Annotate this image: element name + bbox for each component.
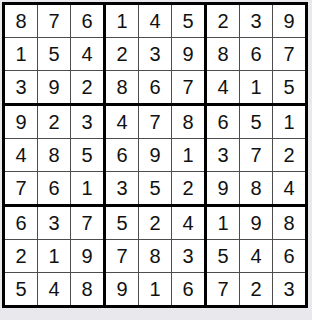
- box-r3c3: 198546723: [207, 207, 305, 305]
- cell-r2c9[interactable]: 7: [273, 38, 305, 70]
- cell-r1c7[interactable]: 2: [207, 5, 239, 37]
- cell-r1c1[interactable]: 8: [5, 5, 37, 37]
- cell-r3c3[interactable]: 2: [71, 71, 103, 103]
- cell-r2c7[interactable]: 8: [207, 38, 239, 70]
- cell-r9c2[interactable]: 4: [38, 273, 70, 305]
- cell-r6c6[interactable]: 2: [172, 172, 204, 204]
- cell-r9c8[interactable]: 2: [240, 273, 272, 305]
- cell-r4c6[interactable]: 8: [172, 106, 204, 138]
- cell-r6c8[interactable]: 8: [240, 172, 272, 204]
- cell-r3c4[interactable]: 8: [106, 71, 138, 103]
- cell-r4c8[interactable]: 5: [240, 106, 272, 138]
- box-r1c2: 145239867: [106, 5, 204, 103]
- box-r1c1: 876154392: [5, 5, 103, 103]
- cell-r7c9[interactable]: 8: [273, 207, 305, 239]
- cell-r5c1[interactable]: 4: [5, 139, 37, 171]
- cell-r4c9[interactable]: 1: [273, 106, 305, 138]
- cell-r6c4[interactable]: 3: [106, 172, 138, 204]
- cell-r7c3[interactable]: 7: [71, 207, 103, 239]
- cell-r5c7[interactable]: 3: [207, 139, 239, 171]
- cell-r4c4[interactable]: 4: [106, 106, 138, 138]
- cell-r4c3[interactable]: 3: [71, 106, 103, 138]
- cell-r5c2[interactable]: 8: [38, 139, 70, 171]
- cell-r2c6[interactable]: 9: [172, 38, 204, 70]
- box-r2c1: 923485761: [5, 106, 103, 204]
- cell-r6c5[interactable]: 5: [139, 172, 171, 204]
- cell-r8c4[interactable]: 7: [106, 240, 138, 272]
- cell-r4c2[interactable]: 2: [38, 106, 70, 138]
- cell-r1c4[interactable]: 1: [106, 5, 138, 37]
- cell-r3c7[interactable]: 4: [207, 71, 239, 103]
- cell-r2c8[interactable]: 6: [240, 38, 272, 70]
- cell-r8c1[interactable]: 2: [5, 240, 37, 272]
- cell-r9c9[interactable]: 3: [273, 273, 305, 305]
- cell-r8c6[interactable]: 3: [172, 240, 204, 272]
- cell-r9c4[interactable]: 9: [106, 273, 138, 305]
- cell-r9c3[interactable]: 8: [71, 273, 103, 305]
- cell-r5c5[interactable]: 9: [139, 139, 171, 171]
- cell-r4c5[interactable]: 7: [139, 106, 171, 138]
- cell-r5c8[interactable]: 7: [240, 139, 272, 171]
- cell-r1c5[interactable]: 4: [139, 5, 171, 37]
- cell-r8c3[interactable]: 9: [71, 240, 103, 272]
- cell-r8c5[interactable]: 8: [139, 240, 171, 272]
- sudoku-board: 8761543921452398672398674159234857614786…: [2, 2, 308, 308]
- box-r2c3: 651372984: [207, 106, 305, 204]
- cell-r7c2[interactable]: 3: [38, 207, 70, 239]
- cell-r5c3[interactable]: 5: [71, 139, 103, 171]
- cell-r7c4[interactable]: 5: [106, 207, 138, 239]
- cell-r3c2[interactable]: 9: [38, 71, 70, 103]
- cell-r7c7[interactable]: 1: [207, 207, 239, 239]
- cell-r8c2[interactable]: 1: [38, 240, 70, 272]
- cell-r5c6[interactable]: 1: [172, 139, 204, 171]
- cell-r7c6[interactable]: 4: [172, 207, 204, 239]
- cell-r1c2[interactable]: 7: [38, 5, 70, 37]
- cell-r1c6[interactable]: 5: [172, 5, 204, 37]
- cell-r6c1[interactable]: 7: [5, 172, 37, 204]
- cell-r9c5[interactable]: 1: [139, 273, 171, 305]
- cell-r3c6[interactable]: 7: [172, 71, 204, 103]
- cell-r4c1[interactable]: 9: [5, 106, 37, 138]
- cell-r2c1[interactable]: 1: [5, 38, 37, 70]
- cell-r2c3[interactable]: 4: [71, 38, 103, 70]
- cell-r4c7[interactable]: 6: [207, 106, 239, 138]
- cell-r7c5[interactable]: 2: [139, 207, 171, 239]
- cell-r6c9[interactable]: 4: [273, 172, 305, 204]
- cell-r9c7[interactable]: 7: [207, 273, 239, 305]
- cell-r8c7[interactable]: 5: [207, 240, 239, 272]
- cell-r2c2[interactable]: 5: [38, 38, 70, 70]
- cell-r7c8[interactable]: 9: [240, 207, 272, 239]
- box-r3c2: 524783916: [106, 207, 204, 305]
- cell-r6c7[interactable]: 9: [207, 172, 239, 204]
- cell-r3c1[interactable]: 3: [5, 71, 37, 103]
- cell-r2c5[interactable]: 3: [139, 38, 171, 70]
- cell-r9c6[interactable]: 6: [172, 273, 204, 305]
- cell-r2c4[interactable]: 2: [106, 38, 138, 70]
- cell-r5c9[interactable]: 2: [273, 139, 305, 171]
- box-r1c3: 239867415: [207, 5, 305, 103]
- cell-r3c8[interactable]: 1: [240, 71, 272, 103]
- cell-r1c3[interactable]: 6: [71, 5, 103, 37]
- cell-r3c5[interactable]: 6: [139, 71, 171, 103]
- cell-r3c9[interactable]: 5: [273, 71, 305, 103]
- cell-r7c1[interactable]: 6: [5, 207, 37, 239]
- board-wrapper: 8761543921452398672398674159234857614786…: [0, 0, 312, 308]
- cell-r9c1[interactable]: 5: [5, 273, 37, 305]
- cell-r1c9[interactable]: 9: [273, 5, 305, 37]
- box-r2c2: 478691352: [106, 106, 204, 204]
- box-r3c1: 637219548: [5, 207, 103, 305]
- cell-r6c2[interactable]: 6: [38, 172, 70, 204]
- cell-r8c9[interactable]: 6: [273, 240, 305, 272]
- cell-r5c4[interactable]: 6: [106, 139, 138, 171]
- cell-r8c8[interactable]: 4: [240, 240, 272, 272]
- cell-r1c8[interactable]: 3: [240, 5, 272, 37]
- cell-r6c3[interactable]: 1: [71, 172, 103, 204]
